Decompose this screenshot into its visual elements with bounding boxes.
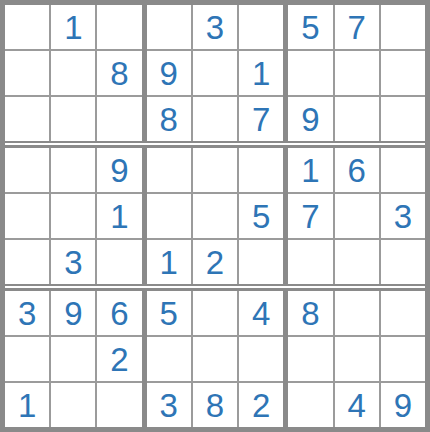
cell-r8c2[interactable]: [51, 337, 95, 381]
cell-r9c2[interactable]: [51, 383, 95, 427]
cell-r3c5[interactable]: [193, 97, 237, 141]
cell-r4c8[interactable]: 6: [335, 148, 379, 192]
box-divider-horizontal-1: [5, 141, 425, 148]
cell-r2c8[interactable]: [335, 51, 379, 95]
cell-r4c2[interactable]: [51, 148, 95, 192]
cell-r7c3[interactable]: 6: [97, 291, 141, 335]
cell-r3c1[interactable]: [5, 97, 49, 141]
given-digit: 6: [347, 154, 365, 187]
given-digit: 8: [206, 389, 224, 422]
given-digit: 7: [252, 103, 270, 136]
cell-r7c6[interactable]: 4: [239, 291, 283, 335]
cell-r5c9[interactable]: 3: [381, 194, 425, 238]
given-digit: 9: [394, 389, 412, 422]
cell-r1c2[interactable]: 1: [51, 5, 95, 49]
given-digit: 2: [206, 246, 224, 279]
cell-r3c7[interactable]: 9: [288, 97, 332, 141]
cell-r3c4[interactable]: 8: [147, 97, 191, 141]
given-digit: 2: [252, 389, 270, 422]
given-digit: 5: [301, 11, 319, 44]
cell-r1c3[interactable]: [97, 5, 141, 49]
cell-r4c9[interactable]: [381, 148, 425, 192]
cell-r9c4[interactable]: 3: [147, 383, 191, 427]
given-digit: 1: [18, 389, 36, 422]
given-digit: 8: [160, 103, 178, 136]
cell-r5c2[interactable]: [51, 194, 95, 238]
given-digit: 1: [160, 246, 178, 279]
cell-r7c4[interactable]: 5: [147, 291, 191, 335]
cell-r1c7[interactable]: 5: [288, 5, 332, 49]
given-digit: 5: [160, 297, 178, 330]
cell-r6c1[interactable]: [5, 240, 49, 284]
cell-r8c7[interactable]: [288, 337, 332, 381]
cell-r2c7[interactable]: [288, 51, 332, 95]
cell-r9c6[interactable]: 2: [239, 383, 283, 427]
given-digit: 9: [64, 297, 82, 330]
cell-r8c1[interactable]: [5, 337, 49, 381]
given-digit: 1: [301, 154, 319, 187]
cell-r7c9[interactable]: [381, 291, 425, 335]
given-digit: 4: [347, 389, 365, 422]
given-digit: 7: [347, 11, 365, 44]
box-divider-horizontal-2: [5, 284, 425, 291]
cell-r3c8[interactable]: [335, 97, 379, 141]
cell-r1c1[interactable]: [5, 5, 49, 49]
cell-r2c6[interactable]: 1: [239, 51, 283, 95]
cell-r5c4[interactable]: [147, 194, 191, 238]
cell-r4c1[interactable]: [5, 148, 49, 192]
cell-r3c2[interactable]: [51, 97, 95, 141]
cell-r9c7[interactable]: [288, 383, 332, 427]
cell-r7c2[interactable]: 9: [51, 291, 95, 335]
cell-r2c4[interactable]: 9: [147, 51, 191, 95]
cell-r8c4[interactable]: [147, 337, 191, 381]
given-digit: 2: [110, 343, 128, 376]
given-digit: 9: [301, 103, 319, 136]
cell-r4c3[interactable]: 9: [97, 148, 141, 192]
cell-r2c1[interactable]: [5, 51, 49, 95]
cell-r1c4[interactable]: [147, 5, 191, 49]
cell-r5c5[interactable]: [193, 194, 237, 238]
cell-r7c1[interactable]: 3: [5, 291, 49, 335]
cell-r9c9[interactable]: 9: [381, 383, 425, 427]
given-digit: 1: [64, 11, 82, 44]
cell-r6c9[interactable]: [381, 240, 425, 284]
given-digit: 8: [110, 57, 128, 90]
given-digit: 3: [18, 297, 36, 330]
sudoku-board: 135789187991615733123965482138249: [0, 0, 430, 432]
cell-r3c3[interactable]: [97, 97, 141, 141]
cell-r6c3[interactable]: [97, 240, 141, 284]
cell-r8c3[interactable]: 2: [97, 337, 141, 381]
given-digit: 7: [301, 200, 319, 233]
given-digit: 3: [206, 11, 224, 44]
cell-r2c2[interactable]: [51, 51, 95, 95]
cell-r9c5[interactable]: 8: [193, 383, 237, 427]
cell-r3c6[interactable]: 7: [239, 97, 283, 141]
cell-r3c9[interactable]: [381, 97, 425, 141]
given-digit: 4: [252, 297, 270, 330]
cell-r9c8[interactable]: 4: [335, 383, 379, 427]
cell-r6c2[interactable]: 3: [51, 240, 95, 284]
given-digit: 9: [160, 57, 178, 90]
cell-r5c1[interactable]: [5, 194, 49, 238]
given-digit: 1: [252, 57, 270, 90]
cell-r8c5[interactable]: [193, 337, 237, 381]
cell-r6c7[interactable]: [288, 240, 332, 284]
cell-r1c9[interactable]: [381, 5, 425, 49]
cell-r4c5[interactable]: [193, 148, 237, 192]
cell-r6c5[interactable]: 2: [193, 240, 237, 284]
cell-r8c6[interactable]: [239, 337, 283, 381]
cell-r5c3[interactable]: 1: [97, 194, 141, 238]
cell-r9c1[interactable]: 1: [5, 383, 49, 427]
cell-r7c8[interactable]: [335, 291, 379, 335]
cell-r7c7[interactable]: 8: [288, 291, 332, 335]
cell-r6c8[interactable]: [335, 240, 379, 284]
cell-r6c6[interactable]: [239, 240, 283, 284]
cell-r5c8[interactable]: [335, 194, 379, 238]
cell-r7c5[interactable]: [193, 291, 237, 335]
cell-r6c4[interactable]: 1: [147, 240, 191, 284]
cell-r5c6[interactable]: 5: [239, 194, 283, 238]
given-digit: 8: [301, 297, 319, 330]
given-digit: 6: [110, 297, 128, 330]
cell-r1c8[interactable]: 7: [335, 5, 379, 49]
given-digit: 3: [394, 200, 412, 233]
cell-r2c9[interactable]: [381, 51, 425, 95]
cell-r4c4[interactable]: [147, 148, 191, 192]
given-digit: 9: [110, 154, 128, 187]
cell-r4c7[interactable]: 1: [288, 148, 332, 192]
given-digit: 1: [110, 200, 128, 233]
cell-r2c5[interactable]: [193, 51, 237, 95]
cell-r5c7[interactable]: 7: [288, 194, 332, 238]
cell-r8c9[interactable]: [381, 337, 425, 381]
cell-r1c5[interactable]: 3: [193, 5, 237, 49]
cell-r8c8[interactable]: [335, 337, 379, 381]
given-digit: 3: [160, 389, 178, 422]
cell-r2c3[interactable]: 8: [97, 51, 141, 95]
given-digit: 3: [64, 246, 82, 279]
cell-r4c6[interactable]: [239, 148, 283, 192]
cell-r1c6[interactable]: [239, 5, 283, 49]
given-digit: 5: [252, 200, 270, 233]
cell-r9c3[interactable]: [97, 383, 141, 427]
